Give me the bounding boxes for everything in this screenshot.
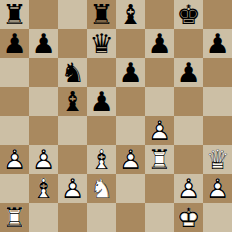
square-e5[interactable] bbox=[116, 87, 145, 116]
chess-board: ♜♜♝♚♟♟♛♟♟♞♟♟♝♟♟♙♟♙♟♙♝♗♟♙♜♖♛♕♝♗♟♙♞♘♟♙♟♙♜♖… bbox=[0, 0, 232, 232]
black-bishop[interactable]: ♝ bbox=[116, 0, 145, 29]
square-g3[interactable] bbox=[174, 145, 203, 174]
black-queen[interactable]: ♛ bbox=[87, 29, 116, 58]
square-b7[interactable]: ♟ bbox=[29, 29, 58, 58]
black-rook[interactable]: ♜ bbox=[87, 0, 116, 29]
black-pawn-glyph: ♟ bbox=[29, 29, 58, 58]
black-pawn[interactable]: ♟ bbox=[87, 87, 116, 116]
square-b1[interactable] bbox=[29, 203, 58, 232]
black-rook-glyph: ♜ bbox=[0, 0, 29, 29]
square-g1[interactable]: ♚♔ bbox=[174, 203, 203, 232]
white-rook[interactable]: ♜♖ bbox=[145, 145, 174, 174]
square-g5[interactable] bbox=[174, 87, 203, 116]
square-a3[interactable]: ♟♙ bbox=[0, 145, 29, 174]
white-pawn[interactable]: ♟♙ bbox=[58, 174, 87, 203]
white-pawn-outline: ♙ bbox=[116, 145, 145, 174]
square-d7[interactable]: ♛ bbox=[87, 29, 116, 58]
square-e2[interactable] bbox=[116, 174, 145, 203]
square-c2[interactable]: ♟♙ bbox=[58, 174, 87, 203]
square-f3[interactable]: ♜♖ bbox=[145, 145, 174, 174]
white-queen-outline: ♕ bbox=[203, 145, 232, 174]
square-h6[interactable] bbox=[203, 58, 232, 87]
square-c6[interactable]: ♞ bbox=[58, 58, 87, 87]
square-e4[interactable] bbox=[116, 116, 145, 145]
black-king[interactable]: ♚ bbox=[174, 0, 203, 29]
square-h5[interactable] bbox=[203, 87, 232, 116]
white-king-outline: ♔ bbox=[174, 203, 203, 232]
square-g2[interactable]: ♟♙ bbox=[174, 174, 203, 203]
square-c7[interactable] bbox=[58, 29, 87, 58]
black-knight-glyph: ♞ bbox=[58, 58, 87, 87]
square-c1[interactable] bbox=[58, 203, 87, 232]
white-pawn-outline: ♙ bbox=[174, 174, 203, 203]
white-pawn[interactable]: ♟♙ bbox=[29, 145, 58, 174]
square-c8[interactable] bbox=[58, 0, 87, 29]
square-h8[interactable] bbox=[203, 0, 232, 29]
square-h1[interactable] bbox=[203, 203, 232, 232]
square-f1[interactable] bbox=[145, 203, 174, 232]
square-e8[interactable]: ♝ bbox=[116, 0, 145, 29]
square-b2[interactable]: ♝♗ bbox=[29, 174, 58, 203]
black-pawn[interactable]: ♟ bbox=[116, 58, 145, 87]
white-bishop[interactable]: ♝♗ bbox=[87, 145, 116, 174]
black-bishop-glyph: ♝ bbox=[58, 87, 87, 116]
square-h2[interactable]: ♟♙ bbox=[203, 174, 232, 203]
white-rook-outline: ♖ bbox=[145, 145, 174, 174]
white-pawn-outline: ♙ bbox=[58, 174, 87, 203]
black-pawn-glyph: ♟ bbox=[174, 58, 203, 87]
white-bishop[interactable]: ♝♗ bbox=[29, 174, 58, 203]
white-pawn-outline: ♙ bbox=[203, 174, 232, 203]
square-c3[interactable] bbox=[58, 145, 87, 174]
square-g4[interactable] bbox=[174, 116, 203, 145]
white-pawn[interactable]: ♟♙ bbox=[0, 145, 29, 174]
white-pawn[interactable]: ♟♙ bbox=[145, 116, 174, 145]
black-pawn-glyph: ♟ bbox=[203, 29, 232, 58]
white-pawn-outline: ♙ bbox=[0, 145, 29, 174]
white-rook-outline: ♖ bbox=[0, 203, 29, 232]
white-rook[interactable]: ♜♖ bbox=[0, 203, 29, 232]
square-b6[interactable] bbox=[29, 58, 58, 87]
white-queen[interactable]: ♛♕ bbox=[203, 145, 232, 174]
black-pawn[interactable]: ♟ bbox=[145, 29, 174, 58]
black-bishop-glyph: ♝ bbox=[116, 0, 145, 29]
square-b8[interactable] bbox=[29, 0, 58, 29]
square-d2[interactable]: ♞♘ bbox=[87, 174, 116, 203]
black-pawn-glyph: ♟ bbox=[116, 58, 145, 87]
square-e7[interactable] bbox=[116, 29, 145, 58]
white-bishop-outline: ♗ bbox=[29, 174, 58, 203]
square-a2[interactable] bbox=[0, 174, 29, 203]
square-a1[interactable]: ♜♖ bbox=[0, 203, 29, 232]
black-pawn-glyph: ♟ bbox=[0, 29, 29, 58]
square-d8[interactable]: ♜ bbox=[87, 0, 116, 29]
black-pawn[interactable]: ♟ bbox=[0, 29, 29, 58]
black-knight[interactable]: ♞ bbox=[58, 58, 87, 87]
white-knight-outline: ♘ bbox=[87, 174, 116, 203]
black-king-glyph: ♚ bbox=[174, 0, 203, 29]
black-rook[interactable]: ♜ bbox=[0, 0, 29, 29]
square-d1[interactable] bbox=[87, 203, 116, 232]
square-e6[interactable]: ♟ bbox=[116, 58, 145, 87]
white-pawn[interactable]: ♟♙ bbox=[116, 145, 145, 174]
black-pawn-glyph: ♟ bbox=[87, 87, 116, 116]
square-d4[interactable] bbox=[87, 116, 116, 145]
black-pawn-glyph: ♟ bbox=[145, 29, 174, 58]
square-c4[interactable] bbox=[58, 116, 87, 145]
square-e1[interactable] bbox=[116, 203, 145, 232]
white-knight[interactable]: ♞♘ bbox=[87, 174, 116, 203]
square-b3[interactable]: ♟♙ bbox=[29, 145, 58, 174]
square-f6[interactable] bbox=[145, 58, 174, 87]
white-king[interactable]: ♚♔ bbox=[174, 203, 203, 232]
square-f4[interactable]: ♟♙ bbox=[145, 116, 174, 145]
white-pawn-outline: ♙ bbox=[29, 145, 58, 174]
square-h7[interactable]: ♟ bbox=[203, 29, 232, 58]
white-pawn[interactable]: ♟♙ bbox=[174, 174, 203, 203]
square-d6[interactable] bbox=[87, 58, 116, 87]
square-a8[interactable]: ♜ bbox=[0, 0, 29, 29]
square-g7[interactable] bbox=[174, 29, 203, 58]
square-g8[interactable]: ♚ bbox=[174, 0, 203, 29]
square-e3[interactable]: ♟♙ bbox=[116, 145, 145, 174]
black-pawn[interactable]: ♟ bbox=[29, 29, 58, 58]
square-f2[interactable] bbox=[145, 174, 174, 203]
square-a5[interactable] bbox=[0, 87, 29, 116]
white-pawn-outline: ♙ bbox=[145, 116, 174, 145]
square-a4[interactable] bbox=[0, 116, 29, 145]
square-b4[interactable] bbox=[29, 116, 58, 145]
square-d3[interactable]: ♝♗ bbox=[87, 145, 116, 174]
square-f7[interactable]: ♟ bbox=[145, 29, 174, 58]
square-h3[interactable]: ♛♕ bbox=[203, 145, 232, 174]
square-h4[interactable] bbox=[203, 116, 232, 145]
square-f5[interactable] bbox=[145, 87, 174, 116]
black-bishop[interactable]: ♝ bbox=[58, 87, 87, 116]
square-g6[interactable]: ♟ bbox=[174, 58, 203, 87]
black-rook-glyph: ♜ bbox=[87, 0, 116, 29]
square-c5[interactable]: ♝ bbox=[58, 87, 87, 116]
square-a6[interactable] bbox=[0, 58, 29, 87]
black-pawn[interactable]: ♟ bbox=[203, 29, 232, 58]
square-a7[interactable]: ♟ bbox=[0, 29, 29, 58]
square-b5[interactable] bbox=[29, 87, 58, 116]
square-f8[interactable] bbox=[145, 0, 174, 29]
square-d5[interactable]: ♟ bbox=[87, 87, 116, 116]
white-bishop-outline: ♗ bbox=[87, 145, 116, 174]
black-queen-glyph: ♛ bbox=[87, 29, 116, 58]
white-pawn[interactable]: ♟♙ bbox=[203, 174, 232, 203]
black-pawn[interactable]: ♟ bbox=[174, 58, 203, 87]
